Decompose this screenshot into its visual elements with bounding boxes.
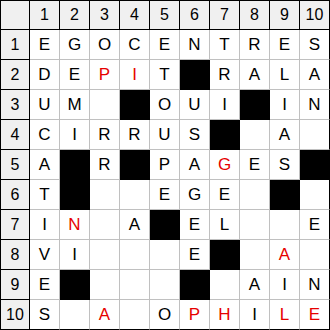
column-header-5: 5 (150, 0, 180, 30)
row-header-2: 2 (0, 60, 30, 90)
row-header-5: 5 (0, 150, 30, 180)
cell-r10c10[interactable]: E (300, 300, 330, 330)
cell-r2c2[interactable]: E (60, 60, 90, 90)
black-cell-r6c9 (270, 180, 300, 210)
cell-r4c9[interactable]: A (270, 120, 300, 150)
cell-r9c8[interactable]: A (240, 270, 270, 300)
cell-r7c1[interactable]: I (30, 210, 60, 240)
row-header-10: 10 (0, 300, 30, 330)
row-header-7: 7 (0, 210, 30, 240)
cell-r2c5[interactable]: T (150, 60, 180, 90)
cell-r9c10[interactable]: N (300, 270, 330, 300)
cell-r8c2[interactable]: I (60, 240, 90, 270)
cell-r5c8[interactable]: E (240, 150, 270, 180)
cell-r5c5[interactable]: P (150, 150, 180, 180)
cell-r2c4[interactable]: I (120, 60, 150, 90)
cell-r9c9[interactable]: I (270, 270, 300, 300)
cell-r7c2[interactable]: N (60, 210, 90, 240)
cell-r10c4[interactable] (120, 300, 150, 330)
cell-r3c6[interactable]: U (180, 90, 210, 120)
cell-r2c10[interactable]: A (300, 60, 330, 90)
cell-r9c1[interactable]: E (30, 270, 60, 300)
cell-r6c3[interactable] (90, 180, 120, 210)
row-header-3: 3 (0, 90, 30, 120)
cell-r4c10[interactable] (300, 120, 330, 150)
cell-r9c5[interactable] (150, 270, 180, 300)
cell-r7c6[interactable]: E (180, 210, 210, 240)
cell-r2c1[interactable]: D (30, 60, 60, 90)
cell-r8c5[interactable] (150, 240, 180, 270)
cell-r3c9[interactable]: I (270, 90, 300, 120)
cell-r9c7[interactable] (210, 270, 240, 300)
black-cell-r4c7 (210, 120, 240, 150)
cell-r4c3[interactable]: R (90, 120, 120, 150)
crossword-board: 123456789101EGOCENTRES2DEPITRALA3UMOUIIN… (0, 0, 330, 330)
black-cell-r6c2 (60, 180, 90, 210)
black-cell-r2c6 (180, 60, 210, 90)
cell-r3c2[interactable]: M (60, 90, 90, 120)
cell-r7c7[interactable]: L (210, 210, 240, 240)
cell-r8c1[interactable]: V (30, 240, 60, 270)
cell-r1c3[interactable]: O (90, 30, 120, 60)
column-header-6: 6 (180, 0, 210, 30)
cell-r10c1[interactable]: S (30, 300, 60, 330)
column-header-1: 1 (30, 0, 60, 30)
cell-r7c9[interactable] (270, 210, 300, 240)
cell-r8c4[interactable] (120, 240, 150, 270)
cell-r5c1[interactable]: A (30, 150, 60, 180)
black-cell-r5c4 (120, 150, 150, 180)
cell-r5c6[interactable]: A (180, 150, 210, 180)
cell-r7c8[interactable] (240, 210, 270, 240)
cell-r4c2[interactable]: I (60, 120, 90, 150)
cell-r1c10[interactable]: S (300, 30, 330, 60)
column-header-3: 3 (90, 0, 120, 30)
cell-r1c9[interactable]: E (270, 30, 300, 60)
cell-r3c1[interactable]: U (30, 90, 60, 120)
cell-r10c9[interactable]: L (270, 300, 300, 330)
cell-r7c4[interactable]: A (120, 210, 150, 240)
column-header-2: 2 (60, 0, 90, 30)
cell-r2c7[interactable]: R (210, 60, 240, 90)
black-cell-r5c2 (60, 150, 90, 180)
black-cell-r3c8 (240, 90, 270, 120)
cell-r3c10[interactable]: N (300, 90, 330, 120)
row-header-9: 9 (0, 270, 30, 300)
cell-r6c7[interactable]: E (210, 180, 240, 210)
cell-r6c5[interactable]: E (150, 180, 180, 210)
cell-r1c1[interactable]: E (30, 30, 60, 60)
cell-r10c5[interactable]: O (150, 300, 180, 330)
column-header-8: 8 (240, 0, 270, 30)
cell-r6c4[interactable] (120, 180, 150, 210)
cell-r9c3[interactable] (90, 270, 120, 300)
black-cell-r9c2 (60, 270, 90, 300)
cell-r8c9[interactable]: A (270, 240, 300, 270)
cell-r5c3[interactable]: R (90, 150, 120, 180)
row-header-6: 6 (0, 180, 30, 210)
cell-r9c4[interactable] (120, 270, 150, 300)
cell-r3c5[interactable]: O (150, 90, 180, 120)
cell-r10c7[interactable]: H (210, 300, 240, 330)
cell-r3c7[interactable]: I (210, 90, 240, 120)
cell-r10c8[interactable]: I (240, 300, 270, 330)
cell-r4c4[interactable]: R (120, 120, 150, 150)
column-header-10: 10 (300, 0, 330, 30)
cell-r2c3[interactable]: P (90, 60, 120, 90)
black-cell-r8c7 (210, 240, 240, 270)
cell-r1c5[interactable]: E (150, 30, 180, 60)
cell-r7c3[interactable] (90, 210, 120, 240)
cell-r6c8[interactable] (240, 180, 270, 210)
cell-r6c6[interactable]: G (180, 180, 210, 210)
column-header-9: 9 (270, 0, 300, 30)
column-header-4: 4 (120, 0, 150, 30)
cell-r1c4[interactable]: C (120, 30, 150, 60)
cell-r5c7[interactable]: G (210, 150, 240, 180)
row-header-4: 4 (0, 120, 30, 150)
cell-r5c9[interactable]: S (270, 150, 300, 180)
cell-r4c8[interactable] (240, 120, 270, 150)
cell-r1c8[interactable]: R (240, 30, 270, 60)
cell-r10c3[interactable]: A (90, 300, 120, 330)
column-header-7: 7 (210, 0, 240, 30)
cell-r1c2[interactable]: G (60, 30, 90, 60)
cell-r2c8[interactable]: A (240, 60, 270, 90)
cell-r8c3[interactable] (90, 240, 120, 270)
cell-r6c10[interactable] (300, 180, 330, 210)
cell-r1c7[interactable]: T (210, 30, 240, 60)
black-cell-r9c6 (180, 270, 210, 300)
cell-r4c5[interactable]: U (150, 120, 180, 150)
row-header-1: 1 (0, 30, 30, 60)
cell-r4c6[interactable]: S (180, 120, 210, 150)
cell-r6c1[interactable]: T (30, 180, 60, 210)
cell-r4c1[interactable]: C (30, 120, 60, 150)
black-cell-r3c4 (120, 90, 150, 120)
cell-r2c9[interactable]: L (270, 60, 300, 90)
black-cell-r7c5 (150, 210, 180, 240)
cell-r10c2[interactable] (60, 300, 90, 330)
black-cell-r5c10 (300, 150, 330, 180)
cell-r8c6[interactable]: E (180, 240, 210, 270)
cell-r8c10[interactable] (300, 240, 330, 270)
cell-r7c10[interactable]: E (300, 210, 330, 240)
row-header-8: 8 (0, 240, 30, 270)
cell-r8c8[interactable] (240, 240, 270, 270)
corner-cell (0, 0, 30, 30)
cell-r3c3[interactable] (90, 90, 120, 120)
cell-r1c6[interactable]: N (180, 30, 210, 60)
cell-r10c6[interactable]: P (180, 300, 210, 330)
